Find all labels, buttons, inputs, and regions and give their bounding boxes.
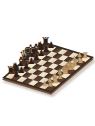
chess-set-product-photo[interactable]: ♜♟♟♜♞♟♟♞♝♟♟♝♚♟♟♚♛♟♟♛♝♟♟♝♞♟♟♞♜♟♟♜ — [0, 0, 95, 126]
